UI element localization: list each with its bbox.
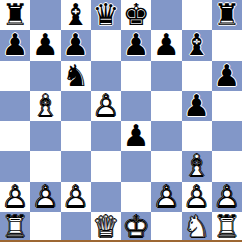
square-b3[interactable] <box>30 151 60 181</box>
black-pawn[interactable]: ♟ <box>30 30 60 60</box>
square-e7[interactable]: ♟ <box>121 30 151 60</box>
square-e5[interactable] <box>121 91 151 121</box>
black-pawn[interactable]: ♟ <box>61 30 91 60</box>
square-g1[interactable]: ♞♘ <box>182 212 212 242</box>
piece-glyph-fill: ♟ <box>61 30 91 60</box>
square-h8[interactable]: ♜ <box>212 0 242 30</box>
black-pawn[interactable]: ♟ <box>151 30 181 60</box>
piece-glyph-fill: ♟ <box>121 121 151 151</box>
white-queen[interactable]: ♛♕ <box>91 212 121 242</box>
square-f5[interactable] <box>151 91 181 121</box>
white-rook[interactable]: ♜♖ <box>212 212 242 242</box>
square-a1[interactable]: ♜♖ <box>0 212 30 242</box>
square-d4[interactable] <box>91 121 121 151</box>
square-d2[interactable] <box>91 182 121 212</box>
square-h6[interactable]: ♟ <box>212 61 242 91</box>
square-f7[interactable]: ♟ <box>151 30 181 60</box>
square-c1[interactable] <box>61 212 91 242</box>
square-c6[interactable]: ♞ <box>61 61 91 91</box>
piece-glyph-fill: ♟ <box>30 30 60 60</box>
white-pawn[interactable]: ♟♙ <box>61 182 91 212</box>
piece-glyph-line: ♗ <box>30 91 60 121</box>
piece-glyph-fill: ♝ <box>182 30 212 60</box>
black-bishop[interactable]: ♝ <box>182 30 212 60</box>
piece-glyph-fill: ♜ <box>0 0 30 30</box>
square-c5[interactable] <box>61 91 91 121</box>
piece-glyph-fill: ♝ <box>61 0 91 30</box>
piece-glyph-fill: ♟ <box>182 91 212 121</box>
piece-glyph-fill: ♟ <box>151 30 181 60</box>
square-h7[interactable] <box>212 30 242 60</box>
square-h2[interactable]: ♟♙ <box>212 182 242 212</box>
square-c2[interactable]: ♟♙ <box>61 182 91 212</box>
square-c7[interactable]: ♟ <box>61 30 91 60</box>
white-rook[interactable]: ♜♖ <box>0 212 30 242</box>
piece-glyph-fill: ♜ <box>212 0 242 30</box>
square-e4[interactable]: ♟ <box>121 121 151 151</box>
square-d5[interactable]: ♟♙ <box>91 91 121 121</box>
square-d3[interactable] <box>91 151 121 181</box>
piece-glyph-line: ♔ <box>121 212 151 242</box>
square-a3[interactable] <box>0 151 30 181</box>
black-bishop[interactable]: ♝ <box>61 0 91 30</box>
square-f6[interactable] <box>151 61 181 91</box>
black-pawn[interactable]: ♟ <box>121 121 151 151</box>
square-a7[interactable]: ♟ <box>0 30 30 60</box>
piece-glyph-line: ♕ <box>91 212 121 242</box>
square-a8[interactable]: ♜ <box>0 0 30 30</box>
square-e8[interactable]: ♚ <box>121 0 151 30</box>
piece-glyph-line: ♖ <box>0 212 30 242</box>
square-g2[interactable]: ♟♙ <box>182 182 212 212</box>
piece-glyph-fill: ♟ <box>121 30 151 60</box>
square-b1[interactable] <box>30 212 60 242</box>
white-king[interactable]: ♚♔ <box>121 212 151 242</box>
piece-glyph-line: ♙ <box>61 182 91 212</box>
square-f3[interactable] <box>151 151 181 181</box>
square-f4[interactable] <box>151 121 181 151</box>
black-pawn[interactable]: ♟ <box>0 30 30 60</box>
white-pawn[interactable]: ♟♙ <box>0 182 30 212</box>
black-pawn[interactable]: ♟ <box>121 30 151 60</box>
square-g3[interactable]: ♝♗ <box>182 151 212 181</box>
black-queen[interactable]: ♛ <box>91 0 121 30</box>
piece-glyph-line: ♖ <box>212 212 242 242</box>
square-g4[interactable] <box>182 121 212 151</box>
black-king[interactable]: ♚ <box>121 0 151 30</box>
square-h1[interactable]: ♜♖ <box>212 212 242 242</box>
chess-app: ♜♝♛♚♜♟♟♟♟♟♝♞♟♝♗♟♙♟♟♝♗♟♙♟♙♟♙♟♙♟♙♟♙♜♖♛♕♚♔♞… <box>0 0 242 242</box>
piece-glyph-fill: ♛ <box>91 0 121 30</box>
piece-glyph-fill: ♟ <box>0 30 30 60</box>
square-c4[interactable] <box>61 121 91 151</box>
square-b8[interactable] <box>30 0 60 30</box>
white-pawn[interactable]: ♟♙ <box>212 182 242 212</box>
square-b6[interactable] <box>30 61 60 91</box>
black-rook[interactable]: ♜ <box>212 0 242 30</box>
square-d7[interactable] <box>91 30 121 60</box>
square-g7[interactable]: ♝ <box>182 30 212 60</box>
white-pawn[interactable]: ♟♙ <box>182 182 212 212</box>
white-bishop[interactable]: ♝♗ <box>182 151 212 181</box>
piece-glyph-line: ♙ <box>30 182 60 212</box>
square-a2[interactable]: ♟♙ <box>0 182 30 212</box>
square-b4[interactable] <box>30 121 60 151</box>
square-h4[interactable] <box>212 121 242 151</box>
square-e6[interactable] <box>121 61 151 91</box>
piece-glyph-line: ♙ <box>151 182 181 212</box>
piece-glyph-line: ♘ <box>182 212 212 242</box>
piece-glyph-line: ♙ <box>0 182 30 212</box>
square-g6[interactable] <box>182 61 212 91</box>
square-a6[interactable] <box>0 61 30 91</box>
black-rook[interactable]: ♜ <box>0 0 30 30</box>
piece-glyph-fill: ♟ <box>212 61 242 91</box>
white-bishop[interactable]: ♝♗ <box>30 91 60 121</box>
black-pawn[interactable]: ♟ <box>182 91 212 121</box>
square-f2[interactable]: ♟♙ <box>151 182 181 212</box>
square-h3[interactable] <box>212 151 242 181</box>
piece-glyph-line: ♗ <box>182 151 212 181</box>
square-g5[interactable]: ♟ <box>182 91 212 121</box>
square-b5[interactable]: ♝♗ <box>30 91 60 121</box>
black-knight[interactable]: ♞ <box>61 61 91 91</box>
square-e3[interactable] <box>121 151 151 181</box>
piece-glyph-line: ♙ <box>212 182 242 212</box>
square-e1[interactable]: ♚♔ <box>121 212 151 242</box>
square-a5[interactable] <box>0 91 30 121</box>
square-c3[interactable] <box>61 151 91 181</box>
black-pawn[interactable]: ♟ <box>212 61 242 91</box>
square-a4[interactable] <box>0 121 30 151</box>
white-pawn[interactable]: ♟♙ <box>91 91 121 121</box>
piece-glyph-line: ♙ <box>91 91 121 121</box>
square-g8[interactable] <box>182 0 212 30</box>
square-b2[interactable]: ♟♙ <box>30 182 60 212</box>
square-c8[interactable]: ♝ <box>61 0 91 30</box>
square-f8[interactable] <box>151 0 181 30</box>
square-d1[interactable]: ♛♕ <box>91 212 121 242</box>
piece-glyph-fill: ♚ <box>121 0 151 30</box>
square-f1[interactable] <box>151 212 181 242</box>
square-e2[interactable] <box>121 182 151 212</box>
white-pawn[interactable]: ♟♙ <box>151 182 181 212</box>
piece-glyph-line: ♙ <box>182 182 212 212</box>
square-d8[interactable]: ♛ <box>91 0 121 30</box>
white-pawn[interactable]: ♟♙ <box>30 182 60 212</box>
piece-glyph-fill: ♞ <box>61 61 91 91</box>
square-d6[interactable] <box>91 61 121 91</box>
square-h5[interactable] <box>212 91 242 121</box>
white-knight[interactable]: ♞♘ <box>182 212 212 242</box>
chess-board: ♜♝♛♚♜♟♟♟♟♟♝♞♟♝♗♟♙♟♟♝♗♟♙♟♙♟♙♟♙♟♙♟♙♜♖♛♕♚♔♞… <box>0 0 242 242</box>
square-b7[interactable]: ♟ <box>30 30 60 60</box>
